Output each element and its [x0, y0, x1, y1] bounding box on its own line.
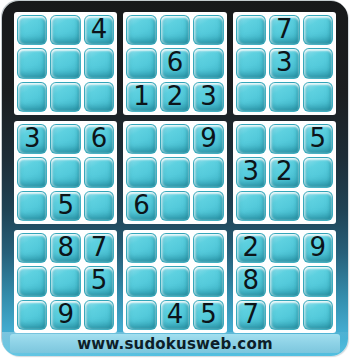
- footer-url: www.sudokusweb.com: [77, 335, 272, 353]
- cell-r9c1[interactable]: [17, 300, 47, 330]
- cell-r6c3[interactable]: [84, 191, 114, 221]
- box-3-3: 2987: [233, 230, 336, 333]
- box-1-3: 73: [233, 12, 336, 115]
- given-digit: 4: [167, 301, 184, 327]
- given-digit: 3: [200, 83, 217, 109]
- given-digit: 5: [309, 125, 326, 151]
- cell-r3c3[interactable]: [84, 82, 114, 112]
- given-digit: 9: [57, 301, 74, 327]
- cell-r5c2[interactable]: [50, 157, 80, 187]
- cell-r3c8[interactable]: [269, 82, 299, 112]
- cell-r2c6[interactable]: [193, 48, 223, 78]
- cell-r9c4[interactable]: [126, 300, 156, 330]
- given-digit: 8: [57, 234, 74, 260]
- given-digit: 1: [133, 83, 150, 109]
- cell-r9c5[interactable]: 4: [160, 300, 190, 330]
- cell-r2c4[interactable]: [126, 48, 156, 78]
- cell-r8c3[interactable]: 5: [84, 266, 114, 296]
- given-digit: 8: [243, 267, 260, 293]
- cell-r3c7[interactable]: [236, 82, 266, 112]
- cell-r8c6[interactable]: [193, 266, 223, 296]
- given-digit: 6: [167, 49, 184, 75]
- cell-r2c1[interactable]: [17, 48, 47, 78]
- cell-r4c7[interactable]: [236, 124, 266, 154]
- cell-r8c2[interactable]: [50, 266, 80, 296]
- cell-r5c9[interactable]: [303, 157, 333, 187]
- cell-r8c1[interactable]: [17, 266, 47, 296]
- given-digit: 9: [200, 125, 217, 151]
- cell-r7c5[interactable]: [160, 233, 190, 263]
- cell-r1c7[interactable]: [236, 15, 266, 45]
- cell-r7c8[interactable]: [269, 233, 299, 263]
- cell-r4c5[interactable]: [160, 124, 190, 154]
- cell-r5c5[interactable]: [160, 157, 190, 187]
- cell-r5c6[interactable]: [193, 157, 223, 187]
- given-digit: 7: [243, 301, 260, 327]
- cell-r6c9[interactable]: [303, 191, 333, 221]
- cell-r6c1[interactable]: [17, 191, 47, 221]
- cell-r6c4[interactable]: 6: [126, 191, 156, 221]
- cell-r6c7[interactable]: [236, 191, 266, 221]
- cell-r1c3[interactable]: 4: [84, 15, 114, 45]
- cell-r3c2[interactable]: [50, 82, 80, 112]
- given-digit: 2: [167, 83, 184, 109]
- cell-r3c1[interactable]: [17, 82, 47, 112]
- cell-r9c8[interactable]: [269, 300, 299, 330]
- cell-r9c7[interactable]: 7: [236, 300, 266, 330]
- cell-r4c9[interactable]: 5: [303, 124, 333, 154]
- cell-r9c6[interactable]: 5: [193, 300, 223, 330]
- cell-r3c6[interactable]: 3: [193, 82, 223, 112]
- cell-r9c3[interactable]: [84, 300, 114, 330]
- box-3-1: 8759: [14, 230, 117, 333]
- cell-r8c4[interactable]: [126, 266, 156, 296]
- given-digit: 7: [91, 234, 108, 260]
- cell-r5c8[interactable]: 2: [269, 157, 299, 187]
- given-digit: 5: [91, 267, 108, 293]
- cell-r4c2[interactable]: [50, 124, 80, 154]
- cell-r1c8[interactable]: 7: [269, 15, 299, 45]
- given-digit: 6: [91, 125, 108, 151]
- cell-r6c2[interactable]: 5: [50, 191, 80, 221]
- given-digit: 3: [243, 158, 260, 184]
- given-digit: 2: [276, 158, 293, 184]
- cell-r1c1[interactable]: [17, 15, 47, 45]
- cell-r1c4[interactable]: [126, 15, 156, 45]
- cell-r2c8[interactable]: 3: [269, 48, 299, 78]
- cell-r6c5[interactable]: [160, 191, 190, 221]
- given-digit: 6: [133, 192, 150, 218]
- cell-r7c6[interactable]: [193, 233, 223, 263]
- cell-r8c8[interactable]: [269, 266, 299, 296]
- cell-r1c9[interactable]: [303, 15, 333, 45]
- cell-r2c7[interactable]: [236, 48, 266, 78]
- given-digit: 3: [276, 49, 293, 75]
- given-digit: 2: [243, 234, 260, 260]
- cell-r6c6[interactable]: [193, 191, 223, 221]
- cell-r3c4[interactable]: 1: [126, 82, 156, 112]
- cell-r4c4[interactable]: [126, 124, 156, 154]
- cell-r3c5[interactable]: 2: [160, 82, 190, 112]
- cell-r1c5[interactable]: [160, 15, 190, 45]
- cell-r7c1[interactable]: [17, 233, 47, 263]
- cell-r2c9[interactable]: [303, 48, 333, 78]
- cell-r7c4[interactable]: [126, 233, 156, 263]
- box-2-3: 532: [233, 121, 336, 224]
- cell-r6c8[interactable]: [269, 191, 299, 221]
- cell-r9c9[interactable]: [303, 300, 333, 330]
- cell-r8c9[interactable]: [303, 266, 333, 296]
- cell-r7c2[interactable]: 8: [50, 233, 80, 263]
- cell-r4c3[interactable]: 6: [84, 124, 114, 154]
- cell-r5c7[interactable]: 3: [236, 157, 266, 187]
- cell-r9c2[interactable]: 9: [50, 300, 80, 330]
- cell-r2c2[interactable]: [50, 48, 80, 78]
- cell-r4c6[interactable]: 9: [193, 124, 223, 154]
- cell-r1c2[interactable]: [50, 15, 80, 45]
- cell-r8c7[interactable]: 8: [236, 266, 266, 296]
- box-3-2: 45: [123, 230, 226, 333]
- box-1-2: 6123: [123, 12, 226, 115]
- sudoku-board: 4612373365965328759452987: [14, 12, 336, 333]
- cell-r5c1[interactable]: [17, 157, 47, 187]
- given-digit: 5: [200, 301, 217, 327]
- given-digit: 4: [91, 16, 108, 42]
- cell-r7c3[interactable]: 7: [84, 233, 114, 263]
- cell-r4c8[interactable]: [269, 124, 299, 154]
- sudoku-puzzle: 4612373365965328759452987 www.sudokusweb…: [0, 0, 350, 360]
- given-digit: 7: [276, 16, 293, 42]
- given-digit: 3: [24, 125, 41, 151]
- given-digit: 5: [57, 192, 74, 218]
- footer: www.sudokusweb.com: [10, 334, 340, 353]
- cell-r4c1[interactable]: 3: [17, 124, 47, 154]
- box-2-1: 365: [14, 121, 117, 224]
- cell-r2c3[interactable]: [84, 48, 114, 78]
- cell-r1c6[interactable]: [193, 15, 223, 45]
- cell-r2c5[interactable]: 6: [160, 48, 190, 78]
- box-1-1: 4: [14, 12, 117, 115]
- cell-r5c4[interactable]: [126, 157, 156, 187]
- cell-r3c9[interactable]: [303, 82, 333, 112]
- cell-r5c3[interactable]: [84, 157, 114, 187]
- box-2-2: 96: [123, 121, 226, 224]
- cell-r7c7[interactable]: 2: [236, 233, 266, 263]
- cell-r7c9[interactable]: 9: [303, 233, 333, 263]
- cell-r8c5[interactable]: [160, 266, 190, 296]
- given-digit: 9: [309, 234, 326, 260]
